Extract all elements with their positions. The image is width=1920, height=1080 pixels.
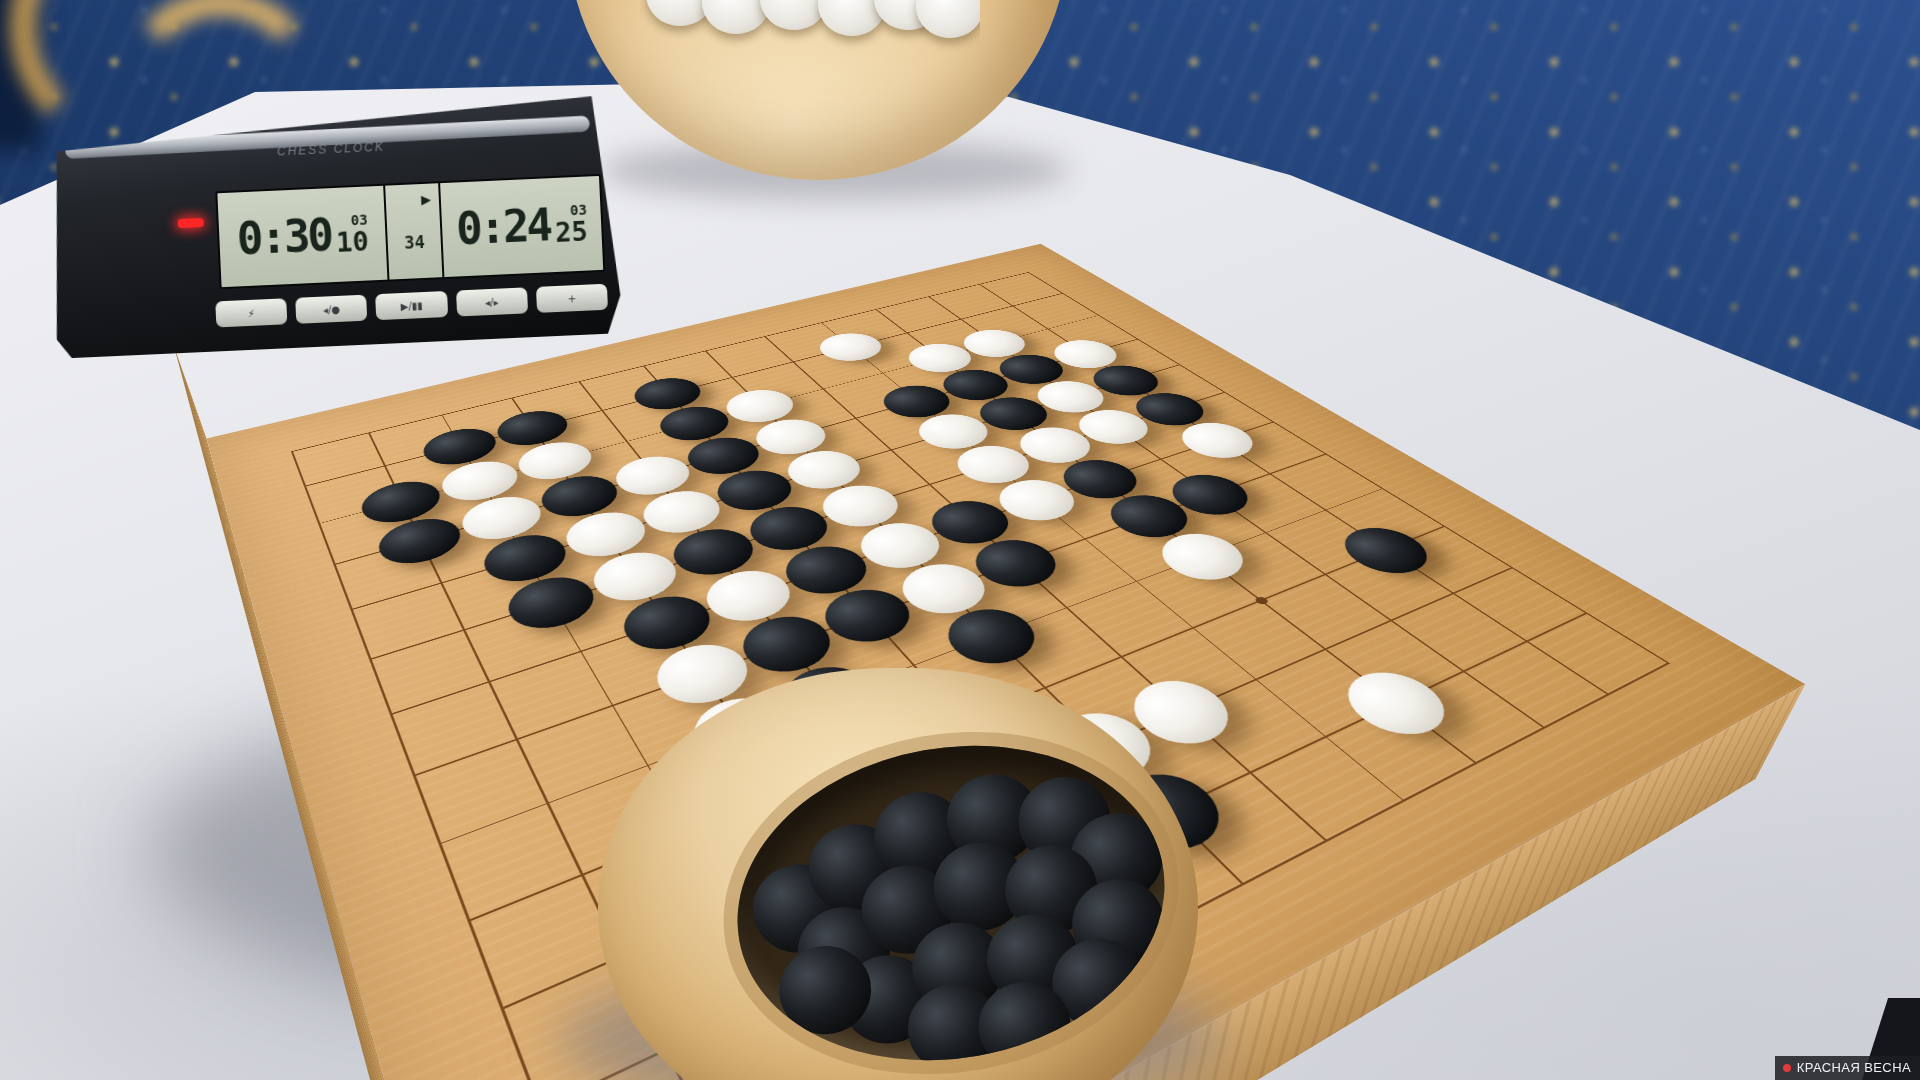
black-stone <box>612 588 723 660</box>
clock-left-time-section: 0:30 03 10 <box>217 186 389 288</box>
scene: CHESS CLOCK 0:30 03 10 ▶ 34 0:24 03 25 <box>0 0 1920 1080</box>
black-stone <box>498 569 605 638</box>
white-stone <box>888 556 1000 623</box>
white-stone <box>694 562 804 630</box>
black-stone <box>932 600 1051 674</box>
watermark: КРАСНАЯ ВЕСНА <box>1775 1056 1920 1080</box>
right-time: 0:24 <box>455 203 551 251</box>
white-stone-in-bowl <box>702 0 770 34</box>
white-stone <box>1116 670 1248 756</box>
white-stones-in-bowl <box>640 0 980 52</box>
clock-right-time-section: 0:24 03 25 <box>440 176 603 277</box>
turn-arrow-icon: ▶ <box>421 192 432 207</box>
black-stone <box>773 538 881 603</box>
clock-lcd: 0:30 03 10 ▶ 34 0:24 03 25 <box>215 174 605 289</box>
watermark-text: КРАСНАЯ ВЕСНА <box>1797 1060 1911 1075</box>
left-time: 0:30 <box>236 213 332 261</box>
black-stone <box>811 581 925 652</box>
right-seconds: 25 <box>555 218 589 246</box>
star-point <box>1252 596 1269 606</box>
clock-center-section: ▶ 34 <box>386 183 445 279</box>
clock-buttons: ⚡◂/●▶/▮▮◂/▸+ <box>215 284 608 328</box>
move-counter: 34 <box>404 233 425 251</box>
black-bowl-opening <box>712 713 1189 1080</box>
clock-button: ⚡ <box>215 298 287 327</box>
left-seconds: 10 <box>335 228 369 256</box>
white-stone <box>582 545 687 610</box>
watermark-logo-dot <box>1783 1064 1791 1072</box>
white-stone-in-bowl <box>916 0 980 38</box>
clock-button: ◂/▸ <box>456 287 528 316</box>
clock-button: + <box>536 284 608 313</box>
clock-button: ▶/▮▮ <box>375 291 447 320</box>
clock-button: ◂/● <box>295 295 367 324</box>
clock-turn-led <box>177 218 203 228</box>
black-stone <box>730 607 846 682</box>
white-stone <box>1328 662 1463 746</box>
